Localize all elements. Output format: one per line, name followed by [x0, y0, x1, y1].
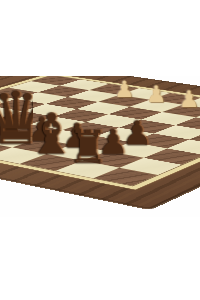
piece-glyph: ♟ [179, 88, 200, 111]
piece-glyph: ♟ [114, 78, 134, 101]
board-border-strip: ♝♛♚♝♟♟♟♟♟♟♟♟♚♛♝♜ [0, 76, 200, 190]
piece-glyph: ♜ [67, 124, 108, 169]
product-photo-page: { "game": "chess", "scene": { "type": "p… [0, 0, 200, 300]
square-r8c8 [94, 168, 158, 186]
board-grid: ♝♛♚♝♟♟♟♟♟♟♟♟♚♛♝♜ [0, 76, 200, 186]
piece-glyph: ♟ [146, 83, 167, 106]
chess-set-photo: ♝♛♚♝♟♟♟♟♟♟♟♟♚♛♝♜ [0, 76, 200, 217]
